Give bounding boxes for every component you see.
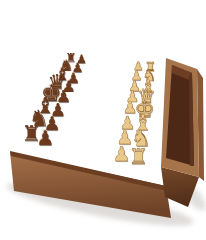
chess-set-photo: Wooden chess set box with inlaid walnut … (0, 0, 206, 240)
chess-box (0, 0, 206, 240)
